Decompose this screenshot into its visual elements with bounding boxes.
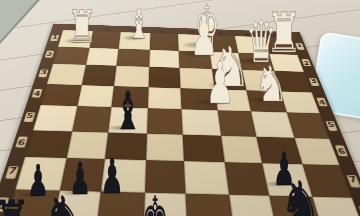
piece-black-bishop-f5[interactable]: ♝ xyxy=(128,128,175,180)
piece-white-bishop-f1[interactable]: ♝ xyxy=(139,38,176,79)
pieces-layer: ♝♜♚♜♟♛♞♞♟♝♟♟♟♟♞♞♜♚ xyxy=(0,0,360,216)
photo-frame: 1122334455667788HGFEDCBA ♝♜♚♜♟♛♞♞♟♝♟♟♟♟♞… xyxy=(0,0,360,216)
piece-white-rook-h1[interactable]: ♜ xyxy=(82,41,122,86)
piece-white-pawn-c4[interactable]: ♟ xyxy=(220,102,272,160)
